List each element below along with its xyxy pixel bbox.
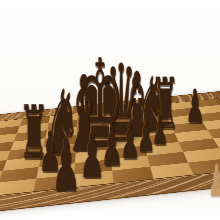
chess-set-photo: ♟♜♞♝♛♟♚♝♟♞♜♟♟♟♟♟♟ (0, 0, 220, 220)
dark-pawn-3[interactable]: ♟ (79, 125, 105, 187)
pieces-layer: ♟♜♞♝♛♟♚♝♟♞♜♟♟♟♟♟♟ (0, 0, 220, 220)
dark-pawn-far-right[interactable]: ♟ (186, 83, 205, 129)
dark-pawn-2[interactable]: ♟ (51, 129, 81, 201)
light-pawn-edge[interactable]: ♟ (208, 159, 220, 203)
